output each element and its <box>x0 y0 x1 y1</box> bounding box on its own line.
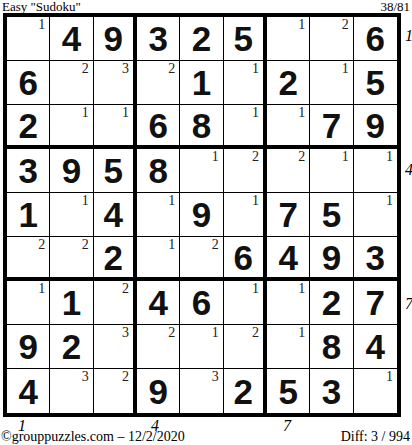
cell-value: 4 <box>148 285 167 320</box>
cell-r3c3[interactable]: 1 <box>94 105 137 149</box>
row-marker-4: 4 <box>402 162 412 178</box>
pencil-mark: 1 <box>122 106 129 120</box>
cell-r5c3[interactable]: 4 <box>94 193 137 237</box>
pencil-mark: 1 <box>298 282 305 296</box>
cell-r2c3[interactable]: 3 <box>94 61 137 105</box>
pencil-mark: 1 <box>82 194 89 208</box>
pencil-mark: 1 <box>298 326 305 340</box>
cell-r7c3[interactable]: 2 <box>94 281 137 325</box>
pencil-mark: 1 <box>252 194 259 208</box>
cell-r1c3[interactable]: 9 <box>94 17 137 61</box>
pencil-mark: 1 <box>38 18 45 32</box>
cell-r7c6[interactable]: 1 <box>224 281 267 325</box>
cell-value: 9 <box>18 329 37 364</box>
pencil-mark: 1 <box>298 18 305 32</box>
cell-r8c8[interactable]: 8 <box>310 325 353 369</box>
cell-r4c1[interactable]: 3 <box>7 149 50 193</box>
cell-r8c7[interactable]: 1 <box>267 325 310 369</box>
cell-r2c5[interactable]: 1 <box>180 61 223 105</box>
cell-r8c5[interactable]: 1 <box>180 325 223 369</box>
pencil-mark: 1 <box>212 150 219 164</box>
cell-r8c6[interactable]: 2 <box>224 325 267 369</box>
cell-r4c5[interactable]: 1 <box>180 149 223 193</box>
cell-value: 3 <box>148 21 167 56</box>
cell-r5c6[interactable]: 1 <box>224 193 267 237</box>
cell-value: 2 <box>234 374 253 409</box>
cell-r1c8[interactable]: 2 <box>310 17 353 61</box>
cell-r7c5[interactable]: 6 <box>180 281 223 325</box>
cell-r4c7[interactable]: 2 <box>267 149 310 193</box>
cell-value: 9 <box>148 374 167 409</box>
cell-r8c1[interactable]: 9 <box>7 325 50 369</box>
cell-r4c8[interactable]: 1 <box>310 149 353 193</box>
cell-value: 8 <box>148 153 167 188</box>
cell-r7c7[interactable]: 1 <box>267 281 310 325</box>
cell-value: 1 <box>18 197 37 232</box>
cell-value: 9 <box>192 197 211 232</box>
pencil-mark: 1 <box>298 106 305 120</box>
cell-r6c3[interactable]: 2 <box>94 237 137 281</box>
cell-r2c4[interactable]: 2 <box>137 61 180 105</box>
cell-r6c9[interactable]: 3 <box>354 237 397 281</box>
pencil-mark: 2 <box>38 238 45 252</box>
cell-r9c9[interactable]: 1 <box>354 369 397 413</box>
cell-value: 3 <box>322 374 341 409</box>
pencil-mark: 1 <box>38 282 45 296</box>
pencil-mark: 2 <box>252 326 259 340</box>
pencil-mark: 1 <box>342 150 349 164</box>
cell-value: 2 <box>62 329 81 364</box>
cell-r2c7[interactable]: 2 <box>267 61 310 105</box>
pencil-mark: 3 <box>82 370 89 384</box>
row-marker-1: 1 <box>402 28 412 44</box>
cell-r6c8[interactable]: 9 <box>310 237 353 281</box>
cell-value: 4 <box>62 21 81 56</box>
cell-r2c2[interactable]: 2 <box>50 61 93 105</box>
cell-r7c4[interactable]: 4 <box>137 281 180 325</box>
cell-r1c1[interactable]: 1 <box>7 17 50 61</box>
cell-r7c8[interactable]: 2 <box>310 281 353 325</box>
cell-value: 6 <box>234 240 253 275</box>
cell-value: 9 <box>322 240 341 275</box>
copyright-text: ©grouppuzzles.com – 12/2/2020 <box>1 430 185 444</box>
cell-r9c6[interactable]: 2 <box>224 369 267 413</box>
pencil-mark: 2 <box>82 62 89 76</box>
cell-value: 3 <box>366 240 385 275</box>
cell-r6c2[interactable]: 2 <box>50 237 93 281</box>
cell-r3c4[interactable]: 6 <box>137 105 180 149</box>
cell-r5c9[interactable]: 1 <box>354 193 397 237</box>
cell-value: 2 <box>18 108 37 143</box>
pencil-mark: 2 <box>342 18 349 32</box>
cell-r8c3[interactable]: 3 <box>94 325 137 369</box>
sudoku-board: 1493251266232112152116811793958122111141… <box>3 13 401 417</box>
pencil-mark: 1 <box>252 282 259 296</box>
cell-value: 8 <box>192 108 211 143</box>
cell-value: 5 <box>366 65 385 100</box>
cell-value: 4 <box>278 240 297 275</box>
cell-r6c1[interactable]: 2 <box>7 237 50 281</box>
cell-counter: 38/81 <box>380 0 410 13</box>
cell-r3c7[interactable]: 1 <box>267 105 310 149</box>
cell-value: 7 <box>366 285 385 320</box>
cell-r6c6[interactable]: 6 <box>224 237 267 281</box>
pencil-mark: 2 <box>298 150 305 164</box>
cell-r4c6[interactable]: 2 <box>224 149 267 193</box>
cell-r3c5[interactable]: 8 <box>180 105 223 149</box>
cell-r9c2[interactable]: 3 <box>50 369 93 413</box>
cell-value: 4 <box>18 374 37 409</box>
pencil-mark: 2 <box>122 282 129 296</box>
cell-r8c9[interactable]: 4 <box>354 325 397 369</box>
col-marker-7: 7 <box>280 418 294 434</box>
cell-value: 5 <box>104 153 123 188</box>
difficulty-text: Diff: 3 / 994 <box>341 430 410 444</box>
cell-r9c3[interactable]: 2 <box>94 369 137 413</box>
cell-r1c2[interactable]: 4 <box>50 17 93 61</box>
pencil-mark: 3 <box>122 326 129 340</box>
cell-r6c7[interactable]: 4 <box>267 237 310 281</box>
cell-r2c8[interactable]: 1 <box>310 61 353 105</box>
cell-r6c4[interactable]: 1 <box>137 237 180 281</box>
cell-r5c5[interactable]: 9 <box>180 193 223 237</box>
pencil-mark: 2 <box>82 238 89 252</box>
cell-r3c1[interactable]: 2 <box>7 105 50 149</box>
cell-value: 4 <box>104 197 123 232</box>
pencil-mark: 1 <box>386 150 393 164</box>
pencil-mark: 1 <box>82 106 89 120</box>
cell-value: 6 <box>148 108 167 143</box>
cell-value: 1 <box>192 65 211 100</box>
cell-r4c4[interactable]: 8 <box>137 149 180 193</box>
cell-r5c2[interactable]: 1 <box>50 193 93 237</box>
cell-r5c1[interactable]: 1 <box>7 193 50 237</box>
pencil-mark: 1 <box>386 194 393 208</box>
cell-value: 5 <box>322 197 341 232</box>
pencil-mark: 1 <box>342 62 349 76</box>
cell-r9c5[interactable]: 3 <box>180 369 223 413</box>
cell-r2c1[interactable]: 6 <box>7 61 50 105</box>
cell-value: 6 <box>18 65 37 100</box>
cell-r3c8[interactable]: 7 <box>310 105 353 149</box>
pencil-mark: 2 <box>212 238 219 252</box>
cell-r1c6[interactable]: 5 <box>224 17 267 61</box>
cell-value: 2 <box>104 240 123 275</box>
pencil-mark: 2 <box>122 370 129 384</box>
cell-value: 9 <box>104 21 123 56</box>
pencil-mark: 1 <box>252 62 259 76</box>
cell-r3c2[interactable]: 1 <box>50 105 93 149</box>
cell-r8c4[interactable]: 2 <box>137 325 180 369</box>
cell-value: 7 <box>322 108 341 143</box>
cell-value: 5 <box>278 374 297 409</box>
sudoku-page: Easy "Sudoku" 38/81 14932512662321121521… <box>0 0 412 445</box>
cell-r1c4[interactable]: 3 <box>137 17 180 61</box>
pencil-mark: 3 <box>122 62 129 76</box>
cell-r2c9[interactable]: 5 <box>354 61 397 105</box>
cell-r7c2[interactable]: 1 <box>50 281 93 325</box>
cell-value: 4 <box>366 329 385 364</box>
cell-value: 3 <box>18 153 37 188</box>
cell-value: 2 <box>278 65 297 100</box>
cell-value: 8 <box>322 329 341 364</box>
cell-r8c2[interactable]: 2 <box>50 325 93 369</box>
cell-value: 6 <box>366 21 385 56</box>
cell-r3c6[interactable]: 1 <box>224 105 267 149</box>
cell-r4c2[interactable]: 9 <box>50 149 93 193</box>
cell-r1c9[interactable]: 6 <box>354 17 397 61</box>
cell-r7c9[interactable]: 7 <box>354 281 397 325</box>
cell-r5c7[interactable]: 7 <box>267 193 310 237</box>
cell-value: 6 <box>192 285 211 320</box>
cell-r1c5[interactable]: 2 <box>180 17 223 61</box>
cell-value: 2 <box>192 21 211 56</box>
pencil-mark: 1 <box>212 326 219 340</box>
cell-r3c9[interactable]: 9 <box>354 105 397 149</box>
row-marker-7: 7 <box>402 296 412 312</box>
cell-r5c8[interactable]: 5 <box>310 193 353 237</box>
cell-r5c4[interactable]: 1 <box>137 193 180 237</box>
cell-r9c7[interactable]: 5 <box>267 369 310 413</box>
cell-value: 5 <box>234 21 253 56</box>
cell-r1c7[interactable]: 1 <box>267 17 310 61</box>
puzzle-title: Easy "Sudoku" <box>2 0 81 13</box>
cell-r9c1[interactable]: 4 <box>7 369 50 413</box>
cell-r7c1[interactable]: 1 <box>7 281 50 325</box>
cell-r9c8[interactable]: 3 <box>310 369 353 413</box>
pencil-mark: 2 <box>168 326 175 340</box>
pencil-mark: 2 <box>252 150 259 164</box>
pencil-mark: 1 <box>386 370 393 384</box>
pencil-mark: 3 <box>212 370 219 384</box>
cell-r9c4[interactable]: 9 <box>137 369 180 413</box>
cell-r2c6[interactable]: 1 <box>224 61 267 105</box>
cell-r4c3[interactable]: 5 <box>94 149 137 193</box>
pencil-mark: 1 <box>168 194 175 208</box>
cell-value: 9 <box>62 153 81 188</box>
cell-value: 7 <box>278 197 297 232</box>
cell-value: 1 <box>62 285 81 320</box>
cell-value: 2 <box>322 285 341 320</box>
cell-r6c5[interactable]: 2 <box>180 237 223 281</box>
cell-value: 9 <box>366 108 385 143</box>
pencil-mark: 2 <box>168 62 175 76</box>
pencil-mark: 1 <box>168 238 175 252</box>
cell-r4c9[interactable]: 1 <box>354 149 397 193</box>
pencil-mark: 1 <box>252 106 259 120</box>
